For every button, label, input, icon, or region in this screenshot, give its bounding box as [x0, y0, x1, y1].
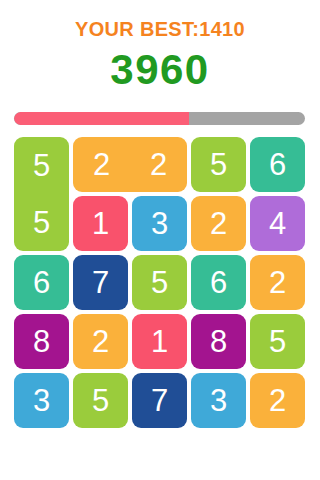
current-score: 3960	[0, 49, 320, 91]
tile-number: 1	[132, 314, 187, 369]
tile-number: 2	[73, 137, 130, 192]
best-label: YOUR BEST:	[75, 18, 199, 40]
tile-number: 4	[250, 196, 305, 251]
tile-number: 7	[132, 373, 187, 428]
game-screen: YOUR BEST:1410 3960 55225613246756282185…	[0, 0, 320, 480]
tile-number: 1	[73, 196, 128, 251]
tile-r3c2-value-7[interactable]: 7	[73, 255, 128, 310]
tile-r3c5-value-2[interactable]: 2	[250, 255, 305, 310]
progress-fill	[14, 112, 189, 125]
tile-number: 8	[191, 314, 246, 369]
tile-number: 5	[14, 194, 69, 251]
tile-r1c5-value-6[interactable]: 6	[250, 137, 305, 192]
tile-r5c4-value-3[interactable]: 3	[191, 373, 246, 428]
tile-r1c1-value-5-5[interactable]: 55	[14, 137, 69, 251]
progress-bar	[14, 112, 305, 125]
tile-r3c4-value-6[interactable]: 6	[191, 255, 246, 310]
tile-r5c2-value-5[interactable]: 5	[73, 373, 128, 428]
tile-number: 6	[191, 255, 246, 310]
tile-r1c4-value-5[interactable]: 5	[191, 137, 246, 192]
tile-r2c5-value-4[interactable]: 4	[250, 196, 305, 251]
tile-r4c1-value-8[interactable]: 8	[14, 314, 69, 369]
tile-r5c1-value-3[interactable]: 3	[14, 373, 69, 428]
tile-number: 2	[191, 196, 246, 251]
tile-r4c5-value-5[interactable]: 5	[250, 314, 305, 369]
tile-number: 2	[73, 314, 128, 369]
best-score-text: YOUR BEST:1410	[0, 19, 320, 39]
tile-number: 5	[250, 314, 305, 369]
tile-r4c3-value-1[interactable]: 1	[132, 314, 187, 369]
tile-r2c4-value-2[interactable]: 2	[191, 196, 246, 251]
tile-r5c3-value-7[interactable]: 7	[132, 373, 187, 428]
tile-number: 3	[132, 196, 187, 251]
tile-number: 6	[250, 137, 305, 192]
tile-r4c4-value-8[interactable]: 8	[191, 314, 246, 369]
tile-number: 3	[14, 373, 69, 428]
tile-r3c1-value-6[interactable]: 6	[14, 255, 69, 310]
game-board: 5522561324675628218535732	[14, 137, 305, 428]
tile-number: 3	[191, 373, 246, 428]
tile-number: 2	[250, 373, 305, 428]
best-value: 1410	[199, 18, 245, 40]
tile-number: 5	[132, 255, 187, 310]
tile-number: 2	[250, 255, 305, 310]
tile-number: 5	[73, 373, 128, 428]
tile-number: 8	[14, 314, 69, 369]
tile-number: 5	[191, 137, 246, 192]
tile-r1c2-value-2-2[interactable]: 22	[73, 137, 187, 192]
tile-r2c3-value-3[interactable]: 3	[132, 196, 187, 251]
tile-r2c2-value-1[interactable]: 1	[73, 196, 128, 251]
tile-number: 2	[130, 137, 187, 192]
tile-number: 7	[73, 255, 128, 310]
tile-r3c3-value-5[interactable]: 5	[132, 255, 187, 310]
tile-number: 5	[14, 137, 69, 194]
tile-r4c2-value-2[interactable]: 2	[73, 314, 128, 369]
tile-number: 6	[14, 255, 69, 310]
tile-r5c5-value-2[interactable]: 2	[250, 373, 305, 428]
